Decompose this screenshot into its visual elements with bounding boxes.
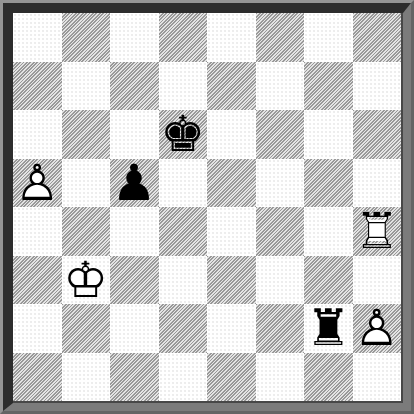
square-h8[interactable] (353, 13, 402, 62)
square-a3[interactable] (13, 256, 62, 305)
square-a4[interactable] (13, 207, 62, 256)
piece-white-king-b3[interactable]: ♚♔ (62, 256, 111, 305)
square-f8[interactable] (256, 13, 305, 62)
square-d4[interactable] (159, 207, 208, 256)
square-e1[interactable] (207, 353, 256, 402)
square-f7[interactable] (256, 62, 305, 111)
square-g6[interactable] (304, 110, 353, 159)
square-f2[interactable] (256, 304, 305, 353)
chess-diagram: ♚♟♙♟♜♖♚♔♜♟♙ (0, 0, 414, 414)
board-frame-inner-line: ♚♟♙♟♜♖♚♔♜♟♙ (13, 13, 403, 403)
black-pawn-icon: ♟ (112, 158, 157, 208)
square-d2[interactable] (159, 304, 208, 353)
board-frame-outer-bevel: ♚♟♙♟♜♖♚♔♜♟♙ (0, 0, 414, 414)
square-d1[interactable] (159, 353, 208, 402)
square-g7[interactable] (304, 62, 353, 111)
square-d8[interactable] (159, 13, 208, 62)
square-f6[interactable] (256, 110, 305, 159)
square-f1[interactable] (256, 353, 305, 402)
square-f4[interactable] (256, 207, 305, 256)
square-g5[interactable] (304, 159, 353, 208)
square-b3[interactable]: ♚♔ (62, 256, 111, 305)
square-c2[interactable] (110, 304, 159, 353)
white-pawn-icon: ♙ (15, 158, 60, 208)
black-rook-icon: ♜ (306, 303, 351, 353)
square-f5[interactable] (256, 159, 305, 208)
square-e4[interactable] (207, 207, 256, 256)
square-b7[interactable] (62, 62, 111, 111)
square-g2[interactable]: ♜ (304, 304, 353, 353)
square-c5[interactable]: ♟ (110, 159, 159, 208)
square-c3[interactable] (110, 256, 159, 305)
white-king-icon: ♔ (63, 255, 108, 305)
square-a1[interactable] (13, 353, 62, 402)
square-h3[interactable] (353, 256, 402, 305)
square-d7[interactable] (159, 62, 208, 111)
square-g4[interactable] (304, 207, 353, 256)
square-e3[interactable] (207, 256, 256, 305)
square-h5[interactable] (353, 159, 402, 208)
board-frame-dark-band: ♚♟♙♟♜♖♚♔♜♟♙ (3, 3, 411, 411)
square-g1[interactable] (304, 353, 353, 402)
white-pawn-icon: ♙ (354, 303, 399, 353)
square-b6[interactable] (62, 110, 111, 159)
square-h6[interactable] (353, 110, 402, 159)
square-d3[interactable] (159, 256, 208, 305)
square-b8[interactable] (62, 13, 111, 62)
board: ♚♟♙♟♜♖♚♔♜♟♙ (13, 13, 401, 401)
square-e8[interactable] (207, 13, 256, 62)
square-e2[interactable] (207, 304, 256, 353)
square-d6[interactable]: ♚ (159, 110, 208, 159)
square-f3[interactable] (256, 256, 305, 305)
square-c7[interactable] (110, 62, 159, 111)
white-rook-icon: ♖ (354, 206, 399, 256)
square-b5[interactable] (62, 159, 111, 208)
square-d5[interactable] (159, 159, 208, 208)
square-h7[interactable] (353, 62, 402, 111)
piece-white-pawn-h2[interactable]: ♟♙ (353, 304, 402, 353)
square-a6[interactable] (13, 110, 62, 159)
square-e6[interactable] (207, 110, 256, 159)
square-h2[interactable]: ♟♙ (353, 304, 402, 353)
square-a7[interactable] (13, 62, 62, 111)
piece-black-pawn-c5[interactable]: ♟ (110, 159, 159, 208)
square-c4[interactable] (110, 207, 159, 256)
square-e5[interactable] (207, 159, 256, 208)
piece-black-rook-g2[interactable]: ♜ (304, 304, 353, 353)
square-a2[interactable] (13, 304, 62, 353)
square-e7[interactable] (207, 62, 256, 111)
piece-black-king-d6[interactable]: ♚ (159, 110, 208, 159)
piece-white-pawn-a5[interactable]: ♟♙ (13, 159, 62, 208)
square-h4[interactable]: ♜♖ (353, 207, 402, 256)
square-c1[interactable] (110, 353, 159, 402)
square-a8[interactable] (13, 13, 62, 62)
square-b4[interactable] (62, 207, 111, 256)
square-c8[interactable] (110, 13, 159, 62)
square-g3[interactable] (304, 256, 353, 305)
square-a5[interactable]: ♟♙ (13, 159, 62, 208)
square-c6[interactable] (110, 110, 159, 159)
square-g8[interactable] (304, 13, 353, 62)
square-h1[interactable] (353, 353, 402, 402)
square-b1[interactable] (62, 353, 111, 402)
piece-white-rook-h4[interactable]: ♜♖ (353, 207, 402, 256)
square-b2[interactable] (62, 304, 111, 353)
black-king-icon: ♚ (160, 109, 205, 159)
